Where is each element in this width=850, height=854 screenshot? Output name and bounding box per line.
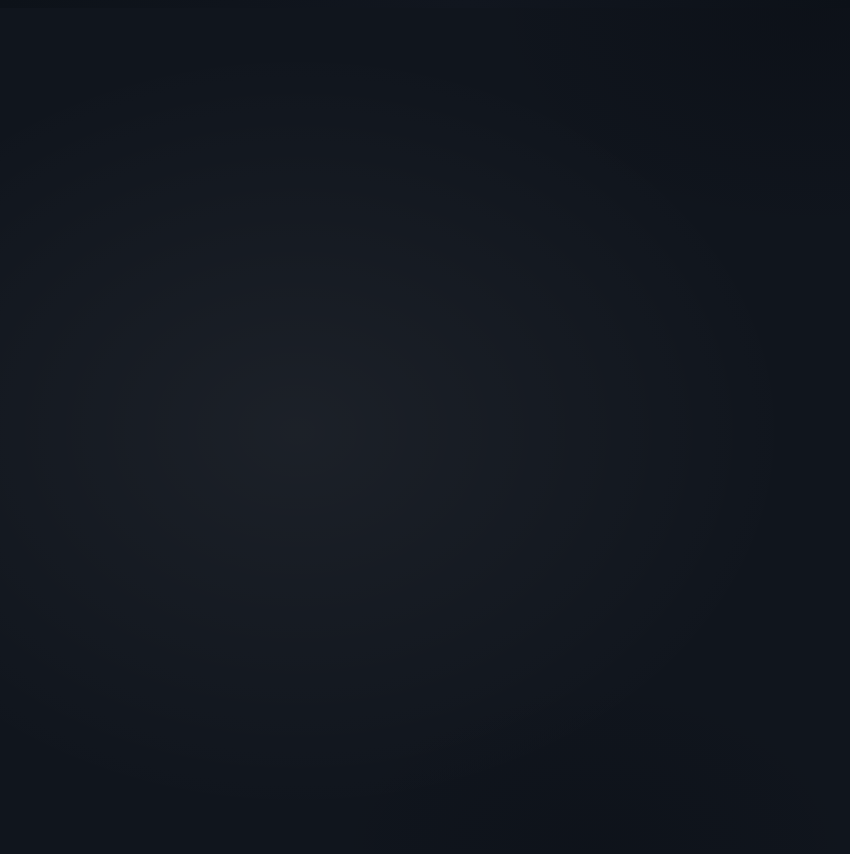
chess-analysis-screen bbox=[0, 0, 850, 854]
top-edge-bar bbox=[0, 0, 850, 8]
chess-board[interactable] bbox=[0, 8, 850, 854]
